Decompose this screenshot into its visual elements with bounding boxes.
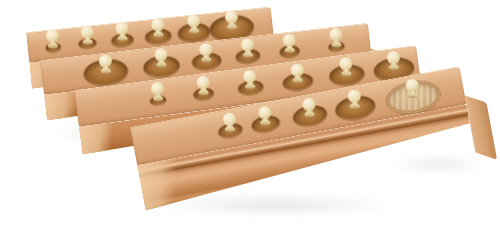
knob-base — [152, 96, 162, 101]
knob-base — [226, 24, 236, 29]
knob-base — [100, 68, 110, 73]
knob-base — [152, 32, 162, 37]
knob-base — [292, 78, 302, 83]
knob-base — [303, 112, 313, 117]
knob-base — [284, 47, 294, 52]
cylinder-knob — [282, 33, 295, 53]
block-right-end-face — [465, 95, 497, 159]
cylinder-knob — [45, 29, 58, 49]
knob-base — [47, 43, 57, 48]
knob-base — [388, 65, 398, 70]
cylinder-knob — [329, 28, 342, 48]
cylinder-knob — [199, 43, 212, 63]
cylinder-knob — [347, 90, 360, 110]
cylinder-knob — [290, 64, 303, 84]
knob-base — [259, 120, 269, 125]
knob-base — [349, 104, 359, 109]
knob-base — [224, 126, 234, 131]
knob-base — [117, 36, 127, 41]
knob-base — [198, 90, 208, 95]
cylinder-knob — [240, 38, 253, 58]
cylinder-knob — [154, 48, 167, 68]
cylinder-knob — [151, 18, 164, 38]
knob-base — [156, 62, 166, 67]
knob-base — [340, 71, 350, 76]
cylinder-knob — [80, 25, 93, 45]
cylinder-knob — [222, 112, 235, 132]
cylinder-knob — [405, 79, 418, 99]
knob-base — [82, 39, 92, 44]
knob-base — [200, 57, 210, 62]
cylinder-knob — [339, 57, 352, 77]
cylinder-knob — [224, 10, 237, 30]
cylinder-knob — [98, 54, 111, 74]
cylinder-knob — [302, 98, 315, 118]
cylinder-knob — [187, 14, 200, 34]
cylinder-knob — [150, 82, 163, 102]
knob-base — [244, 84, 254, 89]
cylinder-knob — [386, 51, 399, 71]
cylinder-knob — [258, 106, 271, 126]
product-photo-montessori-cylinder-blocks — [0, 0, 500, 233]
knob-base — [330, 42, 340, 47]
cylinder-knob — [196, 76, 209, 96]
cylinder-knob — [243, 70, 256, 90]
knob-base — [407, 93, 417, 98]
knob-base — [188, 28, 198, 33]
knob-base — [242, 52, 252, 57]
cylinder-knob — [115, 22, 128, 42]
